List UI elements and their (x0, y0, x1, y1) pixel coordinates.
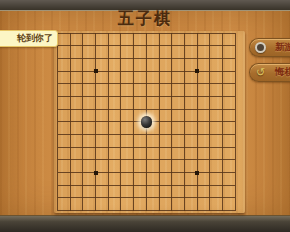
board-cell[interactable] (178, 166, 191, 179)
board-cell[interactable] (64, 77, 77, 90)
board-cell[interactable] (216, 166, 229, 179)
board-cell[interactable] (229, 115, 242, 128)
board-cell[interactable] (203, 154, 216, 167)
board-cell[interactable] (140, 141, 153, 154)
board-cell[interactable] (115, 128, 128, 141)
board-cell[interactable] (127, 192, 140, 205)
star-point (94, 171, 98, 175)
board-cell[interactable] (140, 52, 153, 65)
board-cell[interactable] (89, 128, 102, 141)
board-cell[interactable] (178, 103, 191, 116)
board-cell[interactable] (115, 192, 128, 205)
board-cell[interactable] (77, 39, 90, 52)
board-cell[interactable] (140, 103, 153, 116)
board-cell[interactable] (102, 52, 115, 65)
board-cell[interactable] (165, 103, 178, 116)
board-cell[interactable] (191, 179, 204, 192)
board-cell[interactable] (77, 166, 90, 179)
board-cell[interactable] (77, 115, 90, 128)
board-cell[interactable] (229, 65, 242, 78)
board-cell[interactable] (54, 103, 64, 116)
board-cell[interactable] (127, 154, 140, 167)
board-cell[interactable] (89, 31, 102, 39)
board-cell[interactable] (140, 166, 153, 179)
board-cell[interactable] (229, 128, 242, 141)
board-cell[interactable] (64, 39, 77, 52)
board-cell[interactable] (102, 39, 115, 52)
board-cell[interactable] (77, 128, 90, 141)
board-cell[interactable] (140, 192, 153, 205)
board-cell[interactable] (54, 77, 64, 90)
board-cell[interactable] (54, 154, 64, 167)
board-cell[interactable] (191, 192, 204, 205)
board-cell[interactable] (203, 65, 216, 78)
board-cell[interactable] (178, 179, 191, 192)
board-cell[interactable] (102, 128, 115, 141)
board-cell[interactable] (115, 90, 128, 103)
board-cell[interactable] (89, 141, 102, 154)
board-cell[interactable] (191, 166, 204, 179)
board-cell[interactable] (153, 39, 166, 52)
board-cell[interactable] (140, 90, 153, 103)
board-cell[interactable] (191, 90, 204, 103)
board-cell[interactable] (64, 31, 77, 39)
board-cell[interactable] (229, 154, 242, 167)
board-cell[interactable] (115, 204, 128, 213)
undo-button[interactable]: ↺ 悔棋 (249, 63, 290, 82)
board-cell[interactable] (89, 179, 102, 192)
board-cell[interactable] (102, 31, 115, 39)
board-cell[interactable] (54, 179, 64, 192)
board-cell[interactable] (153, 192, 166, 205)
board-grid[interactable] (54, 31, 241, 213)
new-game-button-label: 新游戏 (275, 41, 290, 54)
board-cell[interactable] (115, 179, 128, 192)
board-cell[interactable] (127, 141, 140, 154)
board-cell[interactable] (89, 115, 102, 128)
board-cell[interactable] (203, 166, 216, 179)
board-cell[interactable] (153, 204, 166, 213)
bottom-chrome-bar (0, 215, 290, 232)
board-cell[interactable] (165, 115, 178, 128)
board-cell[interactable] (54, 141, 64, 154)
board-cell[interactable] (140, 65, 153, 78)
board-cell[interactable] (89, 52, 102, 65)
board-cell[interactable] (77, 204, 90, 213)
board-cell[interactable] (178, 204, 191, 213)
board-cell[interactable] (89, 90, 102, 103)
board-cell[interactable] (153, 52, 166, 65)
board-cell[interactable] (127, 39, 140, 52)
board-cell[interactable] (203, 77, 216, 90)
board-cell[interactable] (153, 65, 166, 78)
board-cell[interactable] (216, 65, 229, 78)
board-cell[interactable] (64, 179, 77, 192)
board-cell[interactable] (178, 154, 191, 167)
board-cell[interactable] (89, 39, 102, 52)
board-cell[interactable] (165, 31, 178, 39)
board-cell[interactable] (115, 103, 128, 116)
board-cell[interactable] (191, 65, 204, 78)
board-cell[interactable] (203, 90, 216, 103)
board-cell[interactable] (64, 204, 77, 213)
board-cell[interactable] (89, 166, 102, 179)
board-cell[interactable] (203, 31, 216, 39)
board-cell[interactable] (191, 141, 204, 154)
board-cell[interactable] (229, 31, 242, 39)
board-cell[interactable] (229, 90, 242, 103)
board-cell[interactable] (178, 77, 191, 90)
board-cell[interactable] (102, 77, 115, 90)
board-cell[interactable] (216, 204, 229, 213)
board-cell[interactable] (102, 204, 115, 213)
board-cell[interactable] (203, 141, 216, 154)
board-cell[interactable] (178, 52, 191, 65)
board-cell[interactable] (115, 65, 128, 78)
board-cell[interactable] (165, 39, 178, 52)
board-cell[interactable] (102, 90, 115, 103)
board-cell[interactable] (115, 52, 128, 65)
board-cell[interactable] (153, 154, 166, 167)
board-cell[interactable] (64, 128, 77, 141)
board-cell[interactable] (89, 192, 102, 205)
board-cell[interactable] (127, 77, 140, 90)
board-cell[interactable] (191, 154, 204, 167)
star-point (195, 171, 199, 175)
board-cell[interactable] (127, 179, 140, 192)
board-cell[interactable] (54, 115, 64, 128)
board-cell[interactable] (127, 115, 140, 128)
board-cell[interactable] (178, 39, 191, 52)
board-cell[interactable] (203, 115, 216, 128)
board-cell[interactable] (203, 128, 216, 141)
board-cell[interactable] (216, 31, 229, 39)
board-cell[interactable] (191, 31, 204, 39)
board-cell[interactable] (102, 192, 115, 205)
board-cell[interactable] (229, 204, 242, 213)
board-cell[interactable] (64, 52, 77, 65)
board-cell[interactable] (153, 141, 166, 154)
undo-button-label: 悔棋 (275, 66, 290, 79)
board-cell[interactable] (203, 179, 216, 192)
board-cell[interactable] (191, 52, 204, 65)
board-cell[interactable] (77, 65, 90, 78)
board-cell[interactable] (203, 192, 216, 205)
board-cell[interactable] (115, 39, 128, 52)
board-cell[interactable] (216, 128, 229, 141)
board-cell[interactable] (216, 52, 229, 65)
board-cell[interactable] (229, 192, 242, 205)
board-cell[interactable] (77, 103, 90, 116)
board-cell[interactable] (153, 115, 166, 128)
board-cell[interactable] (102, 65, 115, 78)
board-cell[interactable] (127, 103, 140, 116)
board-cell[interactable] (229, 179, 242, 192)
board-cell[interactable] (64, 115, 77, 128)
board-cell[interactable] (178, 141, 191, 154)
board-cell[interactable] (115, 31, 128, 39)
board-cell[interactable] (216, 115, 229, 128)
board-cell[interactable] (216, 103, 229, 116)
board-cell[interactable] (54, 65, 64, 78)
board-cell[interactable] (165, 90, 178, 103)
board-cell[interactable] (229, 103, 242, 116)
board-cell[interactable] (102, 103, 115, 116)
board-cell[interactable] (178, 90, 191, 103)
board-cell[interactable] (127, 90, 140, 103)
board-cell[interactable] (77, 141, 90, 154)
board-cell[interactable] (115, 154, 128, 167)
board-cell[interactable] (178, 115, 191, 128)
board-cell[interactable] (127, 31, 140, 39)
board-cell[interactable] (153, 166, 166, 179)
undo-icon: ↺ (255, 66, 266, 79)
board-cell[interactable] (89, 103, 102, 116)
board-cell[interactable] (115, 141, 128, 154)
new-game-button[interactable]: 新游戏 (249, 38, 290, 57)
board-cell[interactable] (229, 77, 242, 90)
board-cell[interactable] (140, 115, 153, 128)
board-cell[interactable] (140, 204, 153, 213)
board-cell[interactable] (140, 179, 153, 192)
board-cell[interactable] (191, 103, 204, 116)
board-cell[interactable] (229, 166, 242, 179)
board-cell[interactable] (102, 141, 115, 154)
board-cell[interactable] (165, 179, 178, 192)
board-cell[interactable] (64, 166, 77, 179)
board-cell[interactable] (127, 52, 140, 65)
board-cell[interactable] (127, 204, 140, 213)
board-cell[interactable] (54, 166, 64, 179)
board-cell[interactable] (203, 204, 216, 213)
board-cell[interactable] (216, 141, 229, 154)
board-cell[interactable] (165, 65, 178, 78)
board-cell[interactable] (216, 154, 229, 167)
board-cell[interactable] (115, 115, 128, 128)
board-cell[interactable] (165, 77, 178, 90)
board-cell[interactable] (127, 128, 140, 141)
board-cell[interactable] (54, 52, 64, 65)
board-cell[interactable] (178, 128, 191, 141)
board-cell[interactable] (77, 192, 90, 205)
board-cell[interactable] (216, 179, 229, 192)
board-cell[interactable] (140, 39, 153, 52)
board-cell[interactable] (153, 103, 166, 116)
board-cell[interactable] (216, 77, 229, 90)
board-cell[interactable] (191, 77, 204, 90)
board-cell[interactable] (77, 179, 90, 192)
board-cell[interactable] (64, 103, 77, 116)
board-cell[interactable] (89, 154, 102, 167)
board-cell[interactable] (191, 128, 204, 141)
board-cell[interactable] (165, 141, 178, 154)
board-cell[interactable] (203, 103, 216, 116)
board-cell[interactable] (127, 166, 140, 179)
board-cell[interactable] (64, 141, 77, 154)
board-cell[interactable] (77, 31, 90, 39)
board-cell[interactable] (216, 39, 229, 52)
board-cell[interactable] (153, 90, 166, 103)
board-cell[interactable] (178, 192, 191, 205)
board-cell[interactable] (165, 154, 178, 167)
star-point (195, 69, 199, 73)
board-cell[interactable] (64, 90, 77, 103)
board-cell[interactable] (115, 166, 128, 179)
board-cell[interactable] (102, 115, 115, 128)
board-cell[interactable] (102, 179, 115, 192)
board-cell[interactable] (165, 166, 178, 179)
board-cell[interactable] (140, 128, 153, 141)
board-cell[interactable] (64, 192, 77, 205)
gomoku-board[interactable] (54, 31, 245, 213)
board-cell[interactable] (140, 31, 153, 39)
board-cell[interactable] (140, 154, 153, 167)
star-point (94, 69, 98, 73)
board-cell[interactable] (64, 65, 77, 78)
board-cell[interactable] (229, 141, 242, 154)
status-bubble: 轮到你了 (0, 30, 58, 47)
board-cell[interactable] (203, 39, 216, 52)
board-cell[interactable] (115, 77, 128, 90)
board-cell[interactable] (54, 192, 64, 205)
board-cell[interactable] (153, 77, 166, 90)
board-cell[interactable] (89, 77, 102, 90)
board-cell[interactable] (153, 179, 166, 192)
board-cell[interactable] (229, 52, 242, 65)
board-cell[interactable] (153, 128, 166, 141)
board-cell[interactable] (54, 90, 64, 103)
board-cell[interactable] (191, 204, 204, 213)
board-cell[interactable] (165, 192, 178, 205)
board-cell[interactable] (89, 204, 102, 213)
page-title: 五子棋 (0, 9, 290, 29)
board-cell[interactable] (191, 39, 204, 52)
board-cell[interactable] (77, 90, 90, 103)
board-cell[interactable] (178, 31, 191, 39)
new-game-icon (255, 42, 266, 53)
board-cell[interactable] (140, 77, 153, 90)
board-cell[interactable] (127, 65, 140, 78)
board-cell[interactable] (203, 52, 216, 65)
board-cell[interactable] (77, 52, 90, 65)
board-cell[interactable] (191, 115, 204, 128)
board-cell[interactable] (102, 154, 115, 167)
board-cell[interactable] (54, 128, 64, 141)
board-cell[interactable] (54, 204, 64, 213)
board-cell[interactable] (77, 154, 90, 167)
black-stone (141, 116, 153, 128)
board-cell[interactable] (102, 166, 115, 179)
board-cell[interactable] (89, 65, 102, 78)
board-cell[interactable] (229, 39, 242, 52)
board-cell[interactable] (165, 204, 178, 213)
board-cell[interactable] (165, 128, 178, 141)
board-cell[interactable] (153, 31, 166, 39)
board-cell[interactable] (77, 77, 90, 90)
board-cell[interactable] (216, 192, 229, 205)
board-cell[interactable] (64, 154, 77, 167)
board-cell[interactable] (165, 52, 178, 65)
board-cell[interactable] (178, 65, 191, 78)
board-cell[interactable] (216, 90, 229, 103)
